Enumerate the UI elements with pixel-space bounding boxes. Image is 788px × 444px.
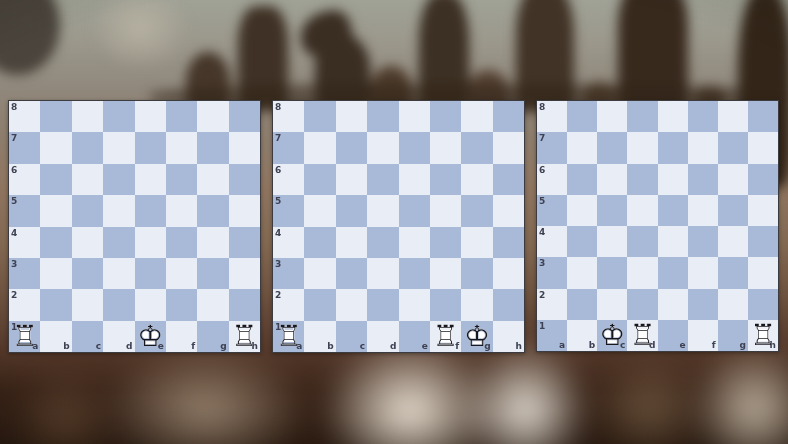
square-g5	[197, 195, 228, 226]
square-b2	[40, 289, 71, 320]
square-e8	[135, 101, 166, 132]
square-c1: c	[336, 321, 367, 352]
rank-label-5: 5	[11, 197, 17, 206]
file-label-g: g	[739, 341, 745, 350]
square-f3	[430, 258, 461, 289]
square-e2	[135, 289, 166, 320]
file-label-f: f	[191, 342, 195, 351]
square-h5	[748, 195, 778, 226]
square-h3	[748, 257, 778, 288]
square-a6: 6	[537, 164, 567, 195]
square-b5	[40, 195, 71, 226]
square-d6	[627, 164, 657, 195]
chess-board-after-queenside-castling: 87654321abc♚♔d♜♖efgh♜♖	[536, 100, 779, 352]
square-c6	[72, 164, 103, 195]
square-a7: 7	[537, 132, 567, 163]
square-g6	[461, 164, 492, 195]
square-e2	[658, 289, 688, 320]
square-e4	[658, 226, 688, 257]
square-f1: f	[688, 320, 718, 351]
square-d8	[367, 101, 398, 132]
square-c4	[597, 226, 627, 257]
square-g1: g	[197, 321, 228, 352]
square-b6	[567, 164, 597, 195]
square-f4	[430, 227, 461, 258]
square-h1: h♜♖	[229, 321, 260, 352]
square-f6	[166, 164, 197, 195]
square-f8	[430, 101, 461, 132]
square-c1: c♚♔	[597, 320, 627, 351]
rank-label-4: 4	[539, 228, 545, 237]
file-label-e: e	[422, 342, 428, 351]
square-f6	[688, 164, 718, 195]
white-rook: ♜♖	[273, 321, 304, 352]
square-e6	[658, 164, 688, 195]
square-g3	[718, 257, 748, 288]
square-c3	[597, 257, 627, 288]
square-f3	[166, 258, 197, 289]
square-h1: h♜♖	[748, 320, 778, 351]
rank-label-2: 2	[11, 291, 17, 300]
rank-label-5: 5	[275, 197, 281, 206]
square-f8	[166, 101, 197, 132]
square-e7	[135, 132, 166, 163]
file-label-b: b	[589, 341, 595, 350]
square-h8	[493, 101, 524, 132]
rank-label-6: 6	[275, 166, 281, 175]
square-c5	[597, 195, 627, 226]
rank-label-2: 2	[275, 291, 281, 300]
file-label-a: a	[559, 341, 565, 350]
square-a2: 2	[273, 289, 304, 320]
square-g6	[718, 164, 748, 195]
white-rook: ♜♖	[430, 321, 461, 352]
square-f5	[430, 195, 461, 226]
rank-label-6: 6	[11, 166, 17, 175]
square-e8	[658, 101, 688, 132]
square-g5	[461, 195, 492, 226]
square-h5	[493, 195, 524, 226]
square-a8: 8	[9, 101, 40, 132]
square-d1: d	[367, 321, 398, 352]
square-g2	[197, 289, 228, 320]
square-e1: e♚♔	[135, 321, 166, 352]
square-e7	[399, 132, 430, 163]
square-c6	[336, 164, 367, 195]
square-h2	[748, 289, 778, 320]
square-e7	[658, 132, 688, 163]
file-label-f: f	[712, 341, 716, 350]
square-e5	[135, 195, 166, 226]
square-c3	[336, 258, 367, 289]
square-a6: 6	[273, 164, 304, 195]
square-c4	[72, 227, 103, 258]
square-d7	[367, 132, 398, 163]
square-a4: 4	[9, 227, 40, 258]
square-c4	[336, 227, 367, 258]
square-h4	[493, 227, 524, 258]
square-b7	[567, 132, 597, 163]
rank-label-7: 7	[275, 134, 281, 143]
rank-label-3: 3	[11, 260, 17, 269]
square-a7: 7	[9, 132, 40, 163]
square-d5	[367, 195, 398, 226]
square-d7	[103, 132, 134, 163]
square-h4	[229, 227, 260, 258]
square-c8	[597, 101, 627, 132]
square-b6	[40, 164, 71, 195]
square-c7	[72, 132, 103, 163]
square-h6	[493, 164, 524, 195]
square-e4	[399, 227, 430, 258]
rank-label-3: 3	[275, 260, 281, 269]
square-a3: 3	[273, 258, 304, 289]
chess-board-after-kingside-castling: 87654321a♜♖bcdef♜♖g♚♔h	[272, 100, 525, 353]
square-f3	[688, 257, 718, 288]
square-c2	[597, 289, 627, 320]
square-e6	[135, 164, 166, 195]
square-c5	[336, 195, 367, 226]
square-b1: b	[567, 320, 597, 351]
square-h3	[493, 258, 524, 289]
white-king: ♚♔	[135, 321, 166, 352]
square-g8	[197, 101, 228, 132]
square-g8	[461, 101, 492, 132]
square-b4	[567, 226, 597, 257]
file-label-d: d	[390, 342, 396, 351]
square-c7	[597, 132, 627, 163]
square-b4	[40, 227, 71, 258]
square-c7	[336, 132, 367, 163]
square-e6	[399, 164, 430, 195]
square-a1: 1a	[537, 320, 567, 351]
square-f4	[688, 226, 718, 257]
square-d1: d♜♖	[627, 320, 657, 351]
rank-label-7: 7	[11, 134, 17, 143]
rank-label-7: 7	[539, 134, 545, 143]
square-d8	[627, 101, 657, 132]
rank-label-8: 8	[11, 103, 17, 112]
square-d5	[627, 195, 657, 226]
square-c8	[72, 101, 103, 132]
file-label-h: h	[516, 342, 522, 351]
square-h5	[229, 195, 260, 226]
square-a3: 3	[9, 258, 40, 289]
square-g4	[197, 227, 228, 258]
rank-label-1: 1	[539, 322, 545, 331]
square-e1: e	[658, 320, 688, 351]
square-d3	[627, 257, 657, 288]
square-c2	[336, 289, 367, 320]
square-d2	[627, 289, 657, 320]
rank-label-5: 5	[539, 197, 545, 206]
square-d3	[103, 258, 134, 289]
square-g7	[718, 132, 748, 163]
square-h4	[748, 226, 778, 257]
square-b8	[567, 101, 597, 132]
square-e3	[658, 257, 688, 288]
file-label-b: b	[63, 342, 69, 351]
square-f6	[430, 164, 461, 195]
square-g2	[461, 289, 492, 320]
square-a2: 2	[537, 289, 567, 320]
square-f8	[688, 101, 718, 132]
square-g7	[197, 132, 228, 163]
square-d6	[367, 164, 398, 195]
square-h2	[493, 289, 524, 320]
square-h3	[229, 258, 260, 289]
square-b6	[304, 164, 335, 195]
square-b3	[40, 258, 71, 289]
rank-label-8: 8	[539, 103, 545, 112]
square-a7: 7	[273, 132, 304, 163]
square-b3	[567, 257, 597, 288]
white-rook: ♜♖	[748, 320, 778, 351]
square-d2	[103, 289, 134, 320]
white-king: ♚♔	[461, 321, 492, 352]
square-e8	[399, 101, 430, 132]
square-d4	[367, 227, 398, 258]
square-b8	[304, 101, 335, 132]
square-g4	[461, 227, 492, 258]
square-a5: 5	[9, 195, 40, 226]
square-g2	[718, 289, 748, 320]
square-h8	[229, 101, 260, 132]
square-h2	[229, 289, 260, 320]
rank-label-2: 2	[539, 291, 545, 300]
square-h6	[748, 164, 778, 195]
square-g1: g	[718, 320, 748, 351]
file-label-c: c	[360, 342, 365, 351]
square-a3: 3	[537, 257, 567, 288]
square-a4: 4	[537, 226, 567, 257]
square-d3	[367, 258, 398, 289]
square-a5: 5	[273, 195, 304, 226]
square-d6	[103, 164, 134, 195]
rank-label-8: 8	[275, 103, 281, 112]
square-g5	[718, 195, 748, 226]
square-b5	[567, 195, 597, 226]
square-b8	[40, 101, 71, 132]
square-f2	[688, 289, 718, 320]
square-f7	[688, 132, 718, 163]
square-d4	[103, 227, 134, 258]
square-f2	[166, 289, 197, 320]
rank-label-4: 4	[275, 229, 281, 238]
square-f2	[430, 289, 461, 320]
white-rook: ♜♖	[229, 321, 260, 352]
square-f4	[166, 227, 197, 258]
square-f5	[688, 195, 718, 226]
square-c6	[597, 164, 627, 195]
square-e2	[399, 289, 430, 320]
file-label-d: d	[126, 342, 132, 351]
square-a1: 1a♜♖	[273, 321, 304, 352]
square-a8: 8	[537, 101, 567, 132]
square-e5	[658, 195, 688, 226]
square-g6	[197, 164, 228, 195]
square-f7	[430, 132, 461, 163]
square-d4	[627, 226, 657, 257]
square-f5	[166, 195, 197, 226]
square-b7	[40, 132, 71, 163]
file-label-g: g	[220, 342, 226, 351]
square-a1: 1a♜♖	[9, 321, 40, 352]
square-c3	[72, 258, 103, 289]
rank-label-6: 6	[539, 166, 545, 175]
white-king: ♚♔	[597, 320, 627, 351]
page: 87654321a♜♖bcde♚♔fgh♜♖ 87654321a♜♖bcdef♜…	[0, 0, 788, 444]
square-a6: 6	[9, 164, 40, 195]
square-h7	[229, 132, 260, 163]
square-g1: g♚♔	[461, 321, 492, 352]
square-g8	[718, 101, 748, 132]
square-h8	[748, 101, 778, 132]
square-e3	[399, 258, 430, 289]
square-d5	[103, 195, 134, 226]
square-e5	[399, 195, 430, 226]
square-f7	[166, 132, 197, 163]
square-b4	[304, 227, 335, 258]
square-g3	[197, 258, 228, 289]
square-a4: 4	[273, 227, 304, 258]
square-d7	[627, 132, 657, 163]
square-e4	[135, 227, 166, 258]
square-h7	[748, 132, 778, 163]
square-a5: 5	[537, 195, 567, 226]
square-b3	[304, 258, 335, 289]
square-a8: 8	[273, 101, 304, 132]
square-b5	[304, 195, 335, 226]
square-g7	[461, 132, 492, 163]
square-b2	[304, 289, 335, 320]
square-e1: e	[399, 321, 430, 352]
square-c8	[336, 101, 367, 132]
square-f1: f	[166, 321, 197, 352]
rank-label-4: 4	[11, 229, 17, 238]
white-rook: ♜♖	[627, 320, 657, 351]
chess-board-castling-initial: 87654321a♜♖bcde♚♔fgh♜♖	[8, 100, 261, 353]
square-a2: 2	[9, 289, 40, 320]
square-g4	[718, 226, 748, 257]
square-b7	[304, 132, 335, 163]
square-e3	[135, 258, 166, 289]
square-b1: b	[304, 321, 335, 352]
square-d8	[103, 101, 134, 132]
square-c5	[72, 195, 103, 226]
square-c1: c	[72, 321, 103, 352]
white-rook: ♜♖	[9, 321, 40, 352]
square-c2	[72, 289, 103, 320]
square-h1: h	[493, 321, 524, 352]
file-label-b: b	[327, 342, 333, 351]
square-f1: f♜♖	[430, 321, 461, 352]
square-d2	[367, 289, 398, 320]
file-label-e: e	[680, 341, 686, 350]
square-d1: d	[103, 321, 134, 352]
square-h7	[493, 132, 524, 163]
square-g3	[461, 258, 492, 289]
square-b2	[567, 289, 597, 320]
square-h6	[229, 164, 260, 195]
file-label-c: c	[96, 342, 101, 351]
rank-label-3: 3	[539, 259, 545, 268]
square-b1: b	[40, 321, 71, 352]
